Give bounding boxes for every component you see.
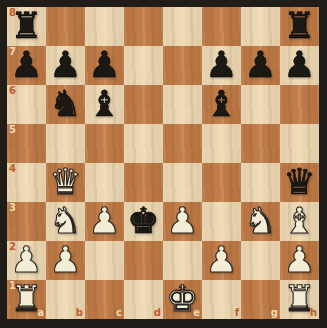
square-g4[interactable] (241, 163, 280, 202)
piece-black-pawn[interactable]: ♟︎ (283, 45, 315, 84)
square-a8[interactable]: ♜︎8 (7, 7, 46, 46)
square-h3[interactable]: ♝︎ (280, 202, 319, 241)
board-frame: ♜︎8♜︎♟︎7♟︎♟︎♟︎♟︎♟︎6♞︎♝︎♝︎54♛︎♛︎3♞︎♟︎♚︎♟︎… (0, 0, 327, 328)
piece-black-queen[interactable]: ♛︎ (283, 162, 315, 201)
square-d8[interactable] (124, 7, 163, 46)
square-e1[interactable]: ♚︎e (163, 280, 202, 319)
piece-black-pawn[interactable]: ♟︎ (244, 45, 276, 84)
rank-label-5: 5 (9, 125, 16, 135)
square-f3[interactable] (202, 202, 241, 241)
square-d2[interactable] (124, 241, 163, 280)
file-label-f: f (235, 308, 239, 318)
file-label-g: g (271, 308, 278, 318)
square-e8[interactable] (163, 7, 202, 46)
square-b6[interactable]: ♞︎ (46, 85, 85, 124)
square-d7[interactable] (124, 46, 163, 85)
square-d5[interactable] (124, 124, 163, 163)
square-c1[interactable]: c (85, 280, 124, 319)
square-a1[interactable]: ♜︎1a (7, 280, 46, 319)
square-e6[interactable] (163, 85, 202, 124)
square-h8[interactable]: ♜︎ (280, 7, 319, 46)
piece-black-bishop[interactable]: ♝︎ (88, 84, 120, 123)
piece-white-pawn[interactable]: ♟︎ (283, 240, 315, 279)
square-c6[interactable]: ♝︎ (85, 85, 124, 124)
square-d4[interactable] (124, 163, 163, 202)
piece-black-pawn[interactable]: ♟︎ (49, 45, 81, 84)
square-g8[interactable] (241, 7, 280, 46)
square-f2[interactable]: ♟︎ (202, 241, 241, 280)
square-b1[interactable]: b (46, 280, 85, 319)
square-f8[interactable] (202, 7, 241, 46)
square-d1[interactable]: d (124, 280, 163, 319)
square-b2[interactable]: ♟︎ (46, 241, 85, 280)
square-c8[interactable] (85, 7, 124, 46)
square-c4[interactable] (85, 163, 124, 202)
square-a2[interactable]: ♟︎2 (7, 241, 46, 280)
piece-black-rook[interactable]: ♜︎ (10, 6, 42, 45)
piece-black-rook[interactable]: ♜︎ (283, 6, 315, 45)
chess-board: ♜︎8♜︎♟︎7♟︎♟︎♟︎♟︎♟︎6♞︎♝︎♝︎54♛︎♛︎3♞︎♟︎♚︎♟︎… (7, 7, 319, 319)
square-b3[interactable]: ♞︎ (46, 202, 85, 241)
square-f7[interactable]: ♟︎ (202, 46, 241, 85)
square-a5[interactable]: 5 (7, 124, 46, 163)
square-c7[interactable]: ♟︎ (85, 46, 124, 85)
file-label-d: d (154, 308, 161, 318)
square-b4[interactable]: ♛︎ (46, 163, 85, 202)
square-e5[interactable] (163, 124, 202, 163)
square-g7[interactable]: ♟︎ (241, 46, 280, 85)
piece-black-pawn[interactable]: ♟︎ (10, 45, 42, 84)
square-g2[interactable] (241, 241, 280, 280)
square-h6[interactable] (280, 85, 319, 124)
square-g1[interactable]: g (241, 280, 280, 319)
piece-black-pawn[interactable]: ♟︎ (88, 45, 120, 84)
square-d3[interactable]: ♚︎ (124, 202, 163, 241)
piece-white-queen[interactable]: ♛︎ (49, 162, 81, 201)
piece-black-knight[interactable]: ♞︎ (49, 84, 81, 123)
piece-white-bishop[interactable]: ♝︎ (283, 201, 315, 240)
square-a6[interactable]: 6 (7, 85, 46, 124)
square-f4[interactable] (202, 163, 241, 202)
square-f6[interactable]: ♝︎ (202, 85, 241, 124)
square-f5[interactable] (202, 124, 241, 163)
rank-label-3: 3 (9, 203, 16, 213)
square-h2[interactable]: ♟︎ (280, 241, 319, 280)
square-f1[interactable]: f (202, 280, 241, 319)
square-a3[interactable]: 3 (7, 202, 46, 241)
square-e7[interactable] (163, 46, 202, 85)
square-c3[interactable]: ♟︎ (85, 202, 124, 241)
file-label-b: b (76, 308, 83, 318)
piece-black-king[interactable]: ♚︎ (127, 201, 159, 240)
piece-black-pawn[interactable]: ♟︎ (205, 45, 237, 84)
square-b8[interactable] (46, 7, 85, 46)
piece-white-king[interactable]: ♚︎ (166, 279, 198, 318)
square-b7[interactable]: ♟︎ (46, 46, 85, 85)
square-c5[interactable] (85, 124, 124, 163)
rank-label-4: 4 (9, 164, 16, 174)
rank-label-6: 6 (9, 86, 16, 96)
piece-white-knight[interactable]: ♞︎ (244, 201, 276, 240)
square-h4[interactable]: ♛︎ (280, 163, 319, 202)
piece-white-rook[interactable]: ♜︎ (283, 279, 315, 318)
square-e3[interactable]: ♟︎ (163, 202, 202, 241)
piece-white-rook[interactable]: ♜︎ (10, 279, 42, 318)
square-g5[interactable] (241, 124, 280, 163)
file-label-c: c (116, 308, 122, 318)
piece-white-pawn[interactable]: ♟︎ (10, 240, 42, 279)
piece-white-pawn[interactable]: ♟︎ (166, 201, 198, 240)
square-e4[interactable] (163, 163, 202, 202)
piece-white-pawn[interactable]: ♟︎ (205, 240, 237, 279)
square-c2[interactable] (85, 241, 124, 280)
square-h1[interactable]: ♜︎h (280, 280, 319, 319)
square-g3[interactable]: ♞︎ (241, 202, 280, 241)
piece-white-knight[interactable]: ♞︎ (49, 201, 81, 240)
square-g6[interactable] (241, 85, 280, 124)
piece-white-pawn[interactable]: ♟︎ (49, 240, 81, 279)
piece-black-bishop[interactable]: ♝︎ (205, 84, 237, 123)
square-h5[interactable] (280, 124, 319, 163)
square-a7[interactable]: ♟︎7 (7, 46, 46, 85)
square-a4[interactable]: 4 (7, 163, 46, 202)
piece-white-pawn[interactable]: ♟︎ (88, 201, 120, 240)
square-b5[interactable] (46, 124, 85, 163)
square-d6[interactable] (124, 85, 163, 124)
square-h7[interactable]: ♟︎ (280, 46, 319, 85)
square-e2[interactable] (163, 241, 202, 280)
